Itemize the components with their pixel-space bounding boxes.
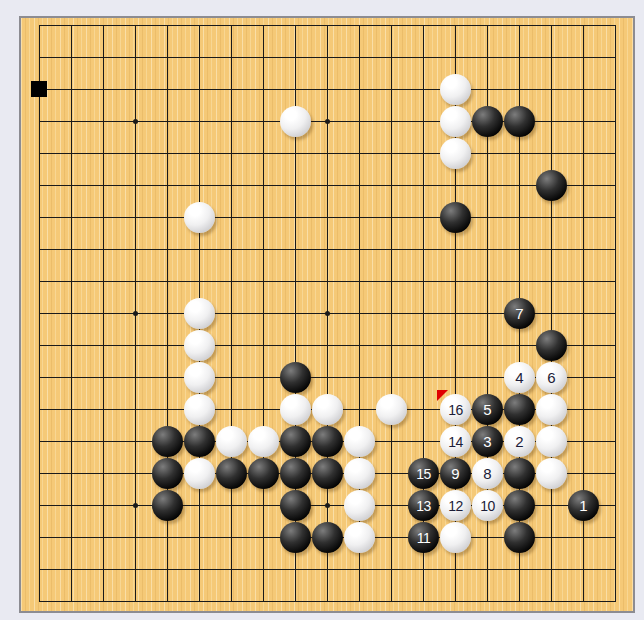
move-number: 5 — [483, 402, 491, 417]
stone-black — [312, 458, 343, 489]
stone-black — [536, 170, 567, 201]
move-number: 15 — [416, 467, 431, 481]
star-point — [325, 311, 330, 316]
stone-white — [376, 394, 407, 425]
stone-black — [184, 426, 215, 457]
stone-white-move-12: 12 — [440, 490, 471, 521]
move-number: 10 — [480, 499, 495, 513]
move-number: 6 — [547, 370, 555, 385]
move-number: 8 — [483, 466, 491, 481]
stone-black — [216, 458, 247, 489]
move-number: 1 — [579, 498, 587, 513]
go-app-canvas: 74616514321598131210111 — [0, 0, 644, 620]
black-square-marker — [31, 81, 47, 97]
stone-white — [184, 394, 215, 425]
stone-black — [280, 458, 311, 489]
stone-black-move-13: 13 — [408, 490, 439, 521]
star-point — [325, 503, 330, 508]
stone-white — [248, 426, 279, 457]
stone-white-move-6: 6 — [536, 362, 567, 393]
move-number: 16 — [448, 403, 463, 417]
grid-line-vertical — [615, 25, 616, 602]
move-number: 11 — [417, 531, 431, 545]
stone-white — [184, 298, 215, 329]
stone-black-move-11: 11 — [408, 522, 439, 553]
stone-black — [504, 106, 535, 137]
stone-white — [344, 490, 375, 521]
stone-black-move-9: 9 — [440, 458, 471, 489]
stone-black — [536, 330, 567, 361]
grid-line-horizontal — [39, 345, 616, 346]
stone-black — [504, 490, 535, 521]
move-number: 4 — [515, 370, 523, 385]
stone-white-move-10: 10 — [472, 490, 503, 521]
stone-black — [152, 490, 183, 521]
grid-line-horizontal — [39, 569, 616, 570]
stone-black — [152, 426, 183, 457]
stone-white — [536, 426, 567, 457]
stone-white — [216, 426, 247, 457]
move-number: 3 — [483, 434, 491, 449]
move-number: 7 — [515, 306, 523, 321]
stone-black — [504, 522, 535, 553]
stone-white-move-14: 14 — [440, 426, 471, 457]
go-board[interactable]: 74616514321598131210111 — [19, 16, 635, 613]
stone-white — [536, 458, 567, 489]
stone-black-move-15: 15 — [408, 458, 439, 489]
move-number: 9 — [451, 466, 459, 481]
stone-white-move-16: 16 — [440, 394, 471, 425]
grid-line-vertical — [391, 25, 392, 602]
move-number: 14 — [448, 435, 463, 449]
stone-white — [184, 458, 215, 489]
move-number: 13 — [416, 499, 431, 513]
stone-black — [472, 106, 503, 137]
stone-black — [280, 426, 311, 457]
stone-white — [344, 426, 375, 457]
move-number: 2 — [515, 434, 523, 449]
stone-white — [344, 458, 375, 489]
stone-black — [248, 458, 279, 489]
stone-white — [440, 138, 471, 169]
stone-white — [440, 522, 471, 553]
stone-white — [536, 394, 567, 425]
stone-black — [504, 458, 535, 489]
star-point — [325, 119, 330, 124]
star-point — [133, 311, 138, 316]
stone-black — [504, 394, 535, 425]
stone-white — [184, 202, 215, 233]
stone-white — [184, 330, 215, 361]
stone-black — [280, 362, 311, 393]
stone-white-move-4: 4 — [504, 362, 535, 393]
stone-white — [312, 394, 343, 425]
stone-black-move-5: 5 — [472, 394, 503, 425]
stone-black — [280, 522, 311, 553]
stone-white — [344, 522, 375, 553]
stone-black — [312, 426, 343, 457]
stone-white — [184, 362, 215, 393]
star-point — [133, 503, 138, 508]
stone-white — [440, 74, 471, 105]
stone-black-move-1: 1 — [568, 490, 599, 521]
stone-black-move-3: 3 — [472, 426, 503, 457]
stone-black — [280, 490, 311, 521]
stone-white-move-8: 8 — [472, 458, 503, 489]
stone-white — [280, 106, 311, 137]
stone-white-move-2: 2 — [504, 426, 535, 457]
stone-white — [440, 106, 471, 137]
stone-white — [280, 394, 311, 425]
star-point — [133, 119, 138, 124]
grid-line-vertical — [551, 25, 552, 602]
stone-black — [312, 522, 343, 553]
move-number: 12 — [448, 499, 463, 513]
stone-black — [152, 458, 183, 489]
grid-line-horizontal — [39, 601, 616, 602]
stone-black — [440, 202, 471, 233]
stone-black-move-7: 7 — [504, 298, 535, 329]
